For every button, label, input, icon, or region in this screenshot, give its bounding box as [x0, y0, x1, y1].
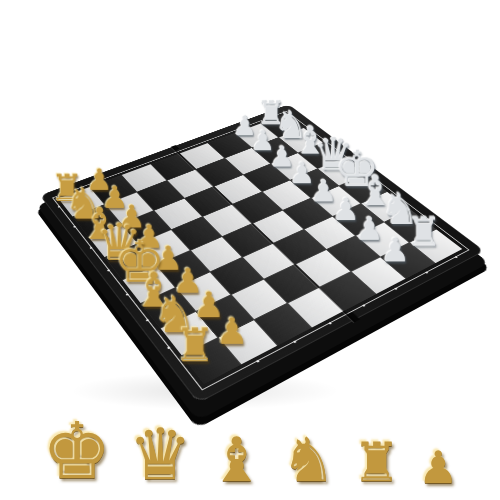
lineup-king: ♚ [42, 412, 112, 490]
piece-gold-rook: ♜ [50, 170, 85, 207]
square-e6 [283, 198, 332, 229]
square-e3 [191, 237, 242, 272]
board-frame: ♜♞♝♛♚♝♞♜♟♟♟♟♟♟♟♟♟♟♟♟♟♟♟♟♜♞♝♛♚♝♞♜ [40, 104, 485, 403]
lineup-pawn: ♟ [418, 445, 458, 490]
chess-board: ♜♞♝♛♚♝♞♜♟♟♟♟♟♟♟♟♟♟♟♟♟♟♟♟♜♞♝♛♚♝♞♜ [40, 104, 485, 403]
gold-piece-lineup: ♚♛♝♞♜♟ [0, 412, 500, 490]
product-photo-canvas: ♜♞♝♛♚♝♞♜♟♟♟♟♟♟♟♟♟♟♟♟♟♟♟♟♜♞♝♛♚♝♞♜ ♚♛♝♞♜♟ [0, 0, 500, 500]
lineup-knight: ♞ [281, 429, 336, 490]
board-squares: ♜♞♝♛♚♝♞♜♟♟♟♟♟♟♟♟♟♟♟♟♟♟♟♟♜♞♝♛♚♝♞♜ [58, 114, 462, 384]
hinge-notch-left [171, 145, 180, 151]
lineup-queen: ♛ [129, 419, 193, 490]
square-c2: ♟ [122, 211, 170, 243]
lineup-bishop: ♝ [209, 429, 264, 490]
lineup-rook: ♜ [353, 436, 401, 490]
